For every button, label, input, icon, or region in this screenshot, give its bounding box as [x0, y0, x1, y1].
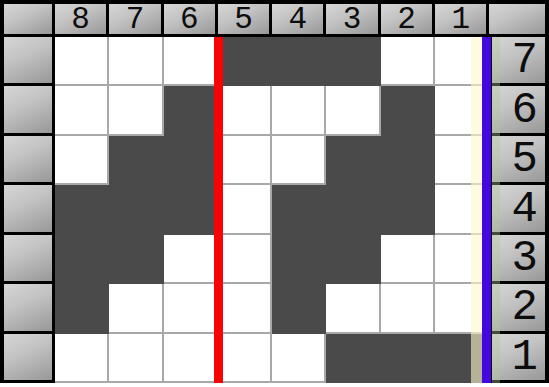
cell-col2-row1[interactable]: [381, 334, 435, 383]
cell-col5-row1[interactable]: [218, 334, 272, 383]
corner-top-left: [4, 4, 55, 37]
corner-top-right: [489, 4, 545, 37]
cell-col6-row5[interactable]: [164, 136, 218, 185]
cell-col4-row6[interactable]: [272, 86, 326, 135]
cell-col3-row6[interactable]: [326, 86, 380, 135]
left-label-row-4: [4, 185, 55, 234]
cell-col5-row5[interactable]: [218, 136, 272, 185]
cell-col7-row6[interactable]: [109, 86, 163, 135]
cell-col5-row4[interactable]: [218, 185, 272, 234]
cell-col2-row6[interactable]: [381, 86, 435, 135]
green-halo-band: [492, 37, 500, 383]
cell-col3-row5[interactable]: [326, 136, 380, 185]
cell-col3-row2[interactable]: [326, 284, 380, 333]
left-label-row-1: [4, 334, 55, 383]
cell-col5-row3[interactable]: [218, 235, 272, 284]
blue-marker-line[interactable]: [482, 37, 491, 383]
cell-col8-row6[interactable]: [55, 86, 109, 135]
cell-col8-row4[interactable]: [55, 185, 109, 234]
cell-col2-row7[interactable]: [381, 37, 435, 86]
cell-col8-row3[interactable]: [55, 235, 109, 284]
cell-col7-row5[interactable]: [109, 136, 163, 185]
left-label-row-7: [4, 37, 55, 86]
column-header-1: 1: [435, 4, 489, 37]
left-label-row-2: [4, 284, 55, 333]
cell-col3-row7[interactable]: [326, 37, 380, 86]
cell-col5-row7[interactable]: [218, 37, 272, 86]
cell-col7-row1[interactable]: [109, 334, 163, 383]
cell-col8-row7[interactable]: [55, 37, 109, 86]
left-label-row-5: [4, 136, 55, 185]
cell-col6-row2[interactable]: [164, 284, 218, 333]
cell-col4-row7[interactable]: [272, 37, 326, 86]
cell-col4-row5[interactable]: [272, 136, 326, 185]
column-header-4: 4: [272, 4, 326, 37]
cell-col8-row2[interactable]: [55, 284, 109, 333]
board: 876543217654321: [0, 0, 549, 383]
cell-col5-row6[interactable]: [218, 86, 272, 135]
cell-col2-row5[interactable]: [381, 136, 435, 185]
column-header-5: 5: [218, 4, 272, 37]
cell-col2-row4[interactable]: [381, 185, 435, 234]
cell-col2-row2[interactable]: [381, 284, 435, 333]
left-label-row-3: [4, 235, 55, 284]
cell-col3-row4[interactable]: [326, 185, 380, 234]
column-header-6: 6: [164, 4, 218, 37]
column-header-3: 3: [326, 4, 380, 37]
cell-col7-row4[interactable]: [109, 185, 163, 234]
cell-col6-row4[interactable]: [164, 185, 218, 234]
cell-col5-row2[interactable]: [218, 284, 272, 333]
cell-col4-row4[interactable]: [272, 185, 326, 234]
red-marker-line[interactable]: [214, 37, 223, 383]
cell-col6-row3[interactable]: [164, 235, 218, 284]
cell-col2-row3[interactable]: [381, 235, 435, 284]
left-label-row-6: [4, 86, 55, 135]
board-grid: 876543217654321: [4, 4, 545, 383]
cell-col3-row3[interactable]: [326, 235, 380, 284]
cell-col6-row6[interactable]: [164, 86, 218, 135]
cell-col8-row1[interactable]: [55, 334, 109, 383]
yellow-halo-band: [471, 37, 482, 383]
cell-col3-row1[interactable]: [326, 334, 380, 383]
cell-col6-row1[interactable]: [164, 334, 218, 383]
cell-col8-row5[interactable]: [55, 136, 109, 185]
column-header-7: 7: [109, 4, 163, 37]
cell-col7-row3[interactable]: [109, 235, 163, 284]
cell-col6-row7[interactable]: [164, 37, 218, 86]
cell-col4-row1[interactable]: [272, 334, 326, 383]
column-header-2: 2: [381, 4, 435, 37]
puzzle-screen: 876543217654321: [0, 0, 549, 387]
cell-col7-row7[interactable]: [109, 37, 163, 86]
cell-col4-row2[interactable]: [272, 284, 326, 333]
column-header-8: 8: [55, 4, 109, 37]
cell-col4-row3[interactable]: [272, 235, 326, 284]
cell-col7-row2[interactable]: [109, 284, 163, 333]
